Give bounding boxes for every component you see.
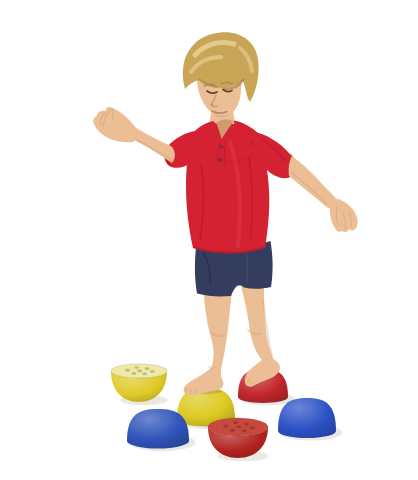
pod-yellow-flat-left-dimple	[137, 369, 142, 372]
pod-yellow-flat-left-dimple	[134, 366, 139, 369]
polo-button-top	[220, 145, 223, 148]
pod-blue-dome-lower-left-dome	[127, 409, 189, 449]
pod-red-flat-lower-center-dimple	[244, 423, 249, 426]
pod-yellow-flat-left-dimple	[132, 372, 137, 375]
pod-red-flat-lower-center-dimple	[250, 426, 255, 429]
pod-yellow-flat-left-dimple	[145, 367, 150, 370]
pod-yellow-flat-left-dimple	[142, 372, 147, 375]
pod-red-flat-lower-center-dimple	[236, 425, 241, 428]
pod-yellow-flat-left-dimple	[125, 369, 130, 372]
pod-red-flat-lower-center-dimple	[230, 429, 235, 432]
pod-blue-dome-right-dome	[278, 398, 336, 438]
pod-red-flat-lower-center-dimple	[233, 421, 238, 424]
nostril	[212, 104, 214, 106]
pod-red-flat-lower-center-dimple	[223, 424, 228, 427]
photo-canvas	[0, 0, 418, 480]
pod-yellow-flat-left-dimple	[150, 370, 155, 373]
polo-button-bottom	[219, 158, 222, 161]
pod-red-flat-lower-center-dimple	[242, 429, 247, 432]
scene	[0, 0, 418, 480]
